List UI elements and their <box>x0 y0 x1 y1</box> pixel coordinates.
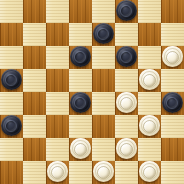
square-d4[interactable] <box>69 92 92 115</box>
square-h7 <box>161 23 184 46</box>
checkers-board <box>0 0 184 184</box>
square-b6[interactable] <box>23 46 46 69</box>
white-man-f2[interactable] <box>116 138 137 159</box>
black-man-a5[interactable] <box>1 69 22 90</box>
white-man-g1[interactable] <box>139 161 160 182</box>
square-e7[interactable] <box>92 23 115 46</box>
square-f2[interactable] <box>115 138 138 161</box>
square-h3 <box>161 115 184 138</box>
square-h5 <box>161 69 184 92</box>
square-h2[interactable] <box>161 138 184 161</box>
white-man-h6[interactable] <box>162 46 183 67</box>
white-man-f4[interactable] <box>116 92 137 113</box>
white-man-c1[interactable] <box>47 161 68 182</box>
square-a5[interactable] <box>0 69 23 92</box>
square-d6[interactable] <box>69 46 92 69</box>
square-g7[interactable] <box>138 23 161 46</box>
square-a4 <box>0 92 23 115</box>
white-man-e1[interactable] <box>93 161 114 182</box>
square-f5 <box>115 69 138 92</box>
square-c5[interactable] <box>46 69 69 92</box>
square-c6 <box>46 46 69 69</box>
square-e2 <box>92 138 115 161</box>
black-man-d6[interactable] <box>70 46 91 67</box>
square-g1[interactable] <box>138 161 161 184</box>
square-h6[interactable] <box>161 46 184 69</box>
square-e8 <box>92 0 115 23</box>
square-d3 <box>69 115 92 138</box>
square-c4 <box>46 92 69 115</box>
square-g2 <box>138 138 161 161</box>
square-d1 <box>69 161 92 184</box>
white-man-g3[interactable] <box>139 115 160 136</box>
square-a2 <box>0 138 23 161</box>
square-b8[interactable] <box>23 0 46 23</box>
white-man-d2[interactable] <box>70 138 91 159</box>
square-d7 <box>69 23 92 46</box>
black-man-d4[interactable] <box>70 92 91 113</box>
black-man-f6[interactable] <box>116 46 137 67</box>
square-a1[interactable] <box>0 161 23 184</box>
square-c2 <box>46 138 69 161</box>
black-man-e7[interactable] <box>93 23 114 44</box>
square-f8[interactable] <box>115 0 138 23</box>
square-b2[interactable] <box>23 138 46 161</box>
square-b7 <box>23 23 46 46</box>
square-e6 <box>92 46 115 69</box>
black-man-f8[interactable] <box>116 0 137 21</box>
square-f1 <box>115 161 138 184</box>
square-h8[interactable] <box>161 0 184 23</box>
square-b5 <box>23 69 46 92</box>
square-g8 <box>138 0 161 23</box>
square-h4[interactable] <box>161 92 184 115</box>
square-a7[interactable] <box>0 23 23 46</box>
square-d8[interactable] <box>69 0 92 23</box>
square-a6 <box>0 46 23 69</box>
square-f6[interactable] <box>115 46 138 69</box>
square-e3[interactable] <box>92 115 115 138</box>
square-f4[interactable] <box>115 92 138 115</box>
square-f3 <box>115 115 138 138</box>
square-b3 <box>23 115 46 138</box>
square-g6 <box>138 46 161 69</box>
square-a3[interactable] <box>0 115 23 138</box>
black-man-a3[interactable] <box>1 115 22 136</box>
square-e1[interactable] <box>92 161 115 184</box>
black-man-h4[interactable] <box>162 92 183 113</box>
square-g5[interactable] <box>138 69 161 92</box>
square-c7[interactable] <box>46 23 69 46</box>
square-d5 <box>69 69 92 92</box>
square-a8 <box>0 0 23 23</box>
square-b4[interactable] <box>23 92 46 115</box>
square-g4 <box>138 92 161 115</box>
square-d2[interactable] <box>69 138 92 161</box>
square-c8 <box>46 0 69 23</box>
square-c1[interactable] <box>46 161 69 184</box>
square-c3[interactable] <box>46 115 69 138</box>
square-e4 <box>92 92 115 115</box>
square-e5[interactable] <box>92 69 115 92</box>
white-man-g5[interactable] <box>139 69 160 90</box>
square-h1 <box>161 161 184 184</box>
square-g3[interactable] <box>138 115 161 138</box>
square-b1 <box>23 161 46 184</box>
square-f7 <box>115 23 138 46</box>
